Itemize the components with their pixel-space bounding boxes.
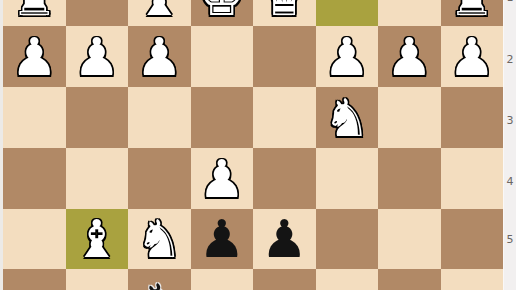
white-pawn-e4[interactable]: ♟ <box>198 153 245 205</box>
square-e3[interactable] <box>191 87 254 148</box>
square-f3[interactable] <box>128 87 191 148</box>
square-h3[interactable] <box>3 87 66 148</box>
rank-coordinates-strip: 12345 <box>503 0 516 290</box>
white-rook-h1[interactable]: ♜ <box>11 0 58 23</box>
white-queen-d1[interactable]: ♛ <box>261 0 308 23</box>
square-g2[interactable]: ♟ <box>66 26 129 87</box>
square-a4[interactable] <box>441 148 504 209</box>
square-g1[interactable] <box>66 0 129 26</box>
square-b4[interactable] <box>378 148 441 209</box>
square-e4[interactable]: ♟ <box>191 148 254 209</box>
white-pawn-c2[interactable]: ♟ <box>323 31 370 83</box>
left-edge-strip <box>0 0 3 290</box>
square-f4[interactable] <box>128 148 191 209</box>
square-f5[interactable]: ♞ <box>128 209 191 269</box>
square-b1[interactable] <box>378 0 441 26</box>
rank-label-5: 5 <box>504 233 516 247</box>
square-a2[interactable]: ♟ <box>441 26 504 87</box>
square-c6[interactable] <box>316 269 379 290</box>
square-a1[interactable]: ♜ <box>441 0 504 26</box>
white-pawn-a2[interactable]: ♟ <box>448 31 495 83</box>
white-pawn-h2[interactable]: ♟ <box>11 31 58 83</box>
white-pawn-g2[interactable]: ♟ <box>73 31 120 83</box>
square-g3[interactable] <box>66 87 129 148</box>
square-g5[interactable]: ♝ <box>66 209 129 269</box>
square-c1[interactable] <box>316 0 379 26</box>
square-d5[interactable]: ♟ <box>253 209 316 269</box>
square-c4[interactable] <box>316 148 379 209</box>
square-c5[interactable] <box>316 209 379 269</box>
square-h4[interactable] <box>3 148 66 209</box>
white-bishop-g5[interactable]: ♝ <box>73 213 120 265</box>
square-e6[interactable] <box>191 269 254 290</box>
square-f1[interactable]: ♝ <box>128 0 191 26</box>
square-d3[interactable] <box>253 87 316 148</box>
square-e5[interactable]: ♟ <box>191 209 254 269</box>
square-d1[interactable]: ♛ <box>253 0 316 26</box>
square-g4[interactable] <box>66 148 129 209</box>
square-d4[interactable] <box>253 148 316 209</box>
square-h6[interactable] <box>3 269 66 290</box>
white-pawn-b2[interactable]: ♟ <box>386 31 433 83</box>
square-e2[interactable] <box>191 26 254 87</box>
white-pawn-f2[interactable]: ♟ <box>136 31 183 83</box>
square-a5[interactable] <box>441 209 504 269</box>
black-pawn-d5[interactable]: ♟ <box>261 213 308 265</box>
rank-label-1: 1 <box>504 0 516 5</box>
square-g6[interactable] <box>66 269 129 290</box>
white-rook-a1[interactable]: ♜ <box>448 0 495 23</box>
white-knight-f5[interactable]: ♞ <box>136 213 183 265</box>
square-a3[interactable] <box>441 87 504 148</box>
square-c2[interactable]: ♟ <box>316 26 379 87</box>
black-knight-f6[interactable]: ♞ <box>136 277 183 290</box>
square-a6[interactable] <box>441 269 504 290</box>
square-h2[interactable]: ♟ <box>3 26 66 87</box>
square-b6[interactable] <box>378 269 441 290</box>
square-f2[interactable]: ♟ <box>128 26 191 87</box>
rank-label-3: 3 <box>504 114 516 128</box>
rank-label-4: 4 <box>504 175 516 189</box>
square-c3[interactable]: ♞ <box>316 87 379 148</box>
square-h5[interactable] <box>3 209 66 269</box>
black-pawn-e5[interactable]: ♟ <box>198 213 245 265</box>
square-h1[interactable]: ♜ <box>3 0 66 26</box>
square-f6[interactable]: ♞ <box>128 269 191 290</box>
square-d2[interactable] <box>253 26 316 87</box>
rank-label-2: 2 <box>504 53 516 67</box>
square-d6[interactable] <box>253 269 316 290</box>
square-e1[interactable]: ♚ <box>191 0 254 26</box>
chess-board: ♜♝♚♛♜♟♟♟♟♟♟♞♟♝♞♟♟♞ <box>3 0 503 290</box>
square-b3[interactable] <box>378 87 441 148</box>
white-bishop-f1[interactable]: ♝ <box>136 0 183 23</box>
chess-app-board-view: ♜♝♚♛♜♟♟♟♟♟♟♞♟♝♞♟♟♞ 12345 <box>0 0 516 290</box>
white-king-e1[interactable]: ♚ <box>198 0 245 23</box>
square-b5[interactable] <box>378 209 441 269</box>
white-knight-c3[interactable]: ♞ <box>323 92 370 144</box>
square-b2[interactable]: ♟ <box>378 26 441 87</box>
